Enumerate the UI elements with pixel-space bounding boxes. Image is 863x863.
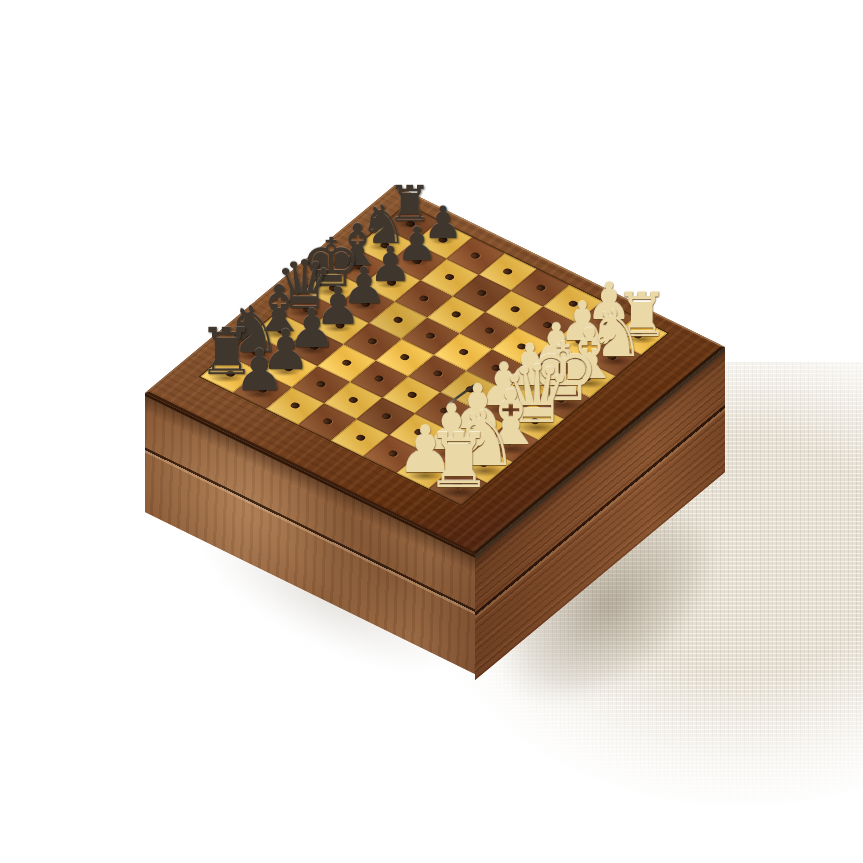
piece-dark-pawn-a7[interactable]: ♟ [234,342,285,399]
product-photo-stage: ♜♟♞♟♝♟♚♟♛♟♟♝♜♟♟♞♞♟♟♜♝♟♟♚♟♛♟♝♟♞♟♜ [0,0,863,863]
piece-light-rook-a1[interactable]: ♜ [425,424,493,499]
